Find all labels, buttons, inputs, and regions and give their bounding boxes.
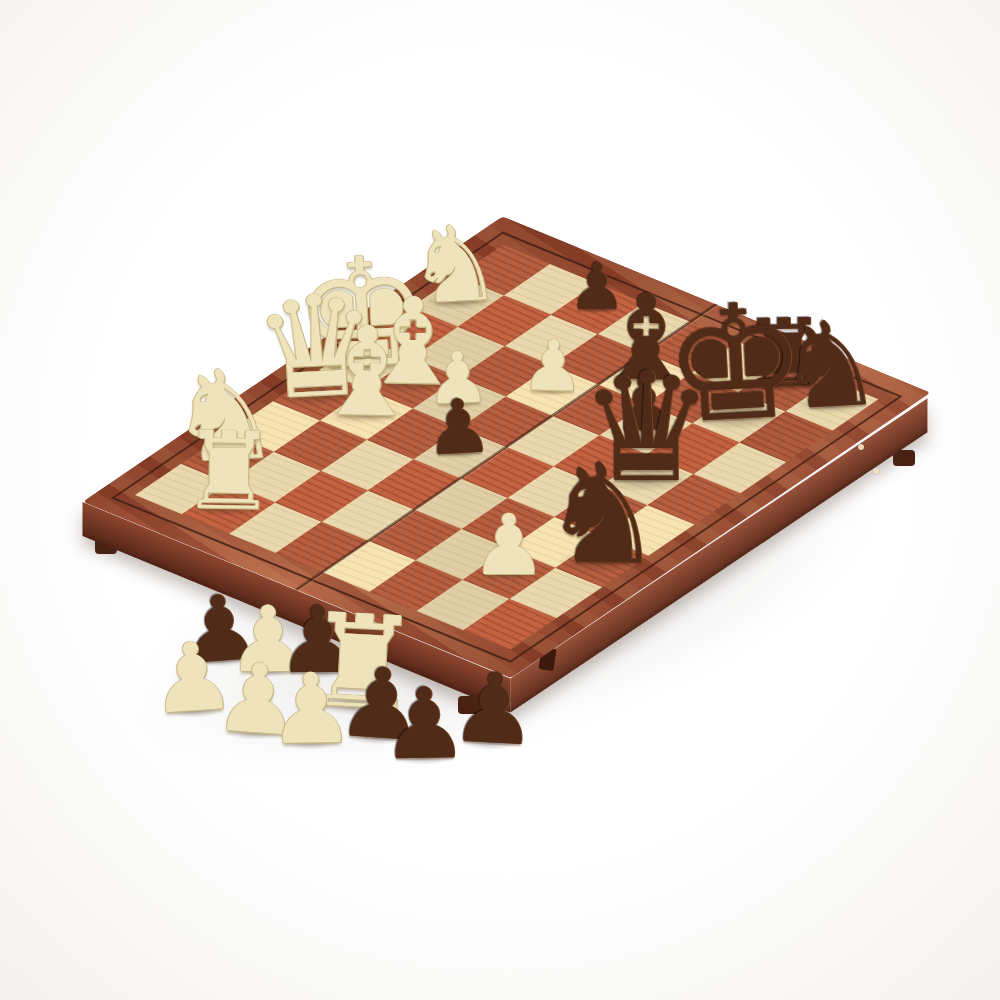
captured-black-pawn[interactable]: ♟ — [380, 674, 470, 774]
piece-d4-black-pawn[interactable]: ♟ — [423, 388, 494, 466]
piece-f4-white-pawn[interactable]: ♟ — [521, 331, 586, 403]
piece-c8-black-knight[interactable]: ♞ — [540, 445, 666, 585]
piece-d2-white-bishop[interactable]: ♝ — [311, 310, 423, 435]
magnet-dot — [873, 468, 879, 474]
piece-a2-white-rook[interactable]: ♜ — [180, 418, 278, 527]
magnet-dot — [858, 444, 864, 450]
captured-white-pawn[interactable]: ♟ — [267, 660, 356, 759]
piece-b7-white-pawn[interactable]: ♟ — [471, 503, 546, 587]
product-photo-scene: ♜♞♛♚♝♝♟♞♟♟♞♞♜♚♛♟♝♟♟♟♟♟♟♜♟♟♟♟♟ — [0, 0, 1000, 1000]
